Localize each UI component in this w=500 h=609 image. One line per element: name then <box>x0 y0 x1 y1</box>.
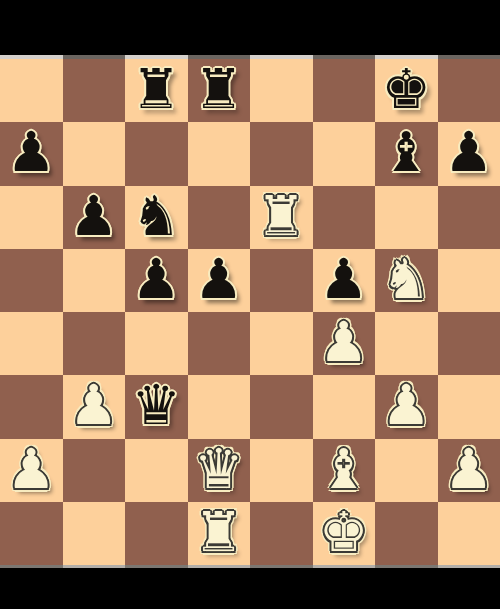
square-h1[interactable] <box>438 502 500 565</box>
square-a8[interactable] <box>0 59 63 122</box>
square-c7[interactable] <box>125 122 188 185</box>
square-f3[interactable] <box>313 375 376 438</box>
square-a6[interactable] <box>0 186 63 249</box>
square-f2[interactable]: ♝ <box>313 439 376 502</box>
square-b8[interactable] <box>63 59 126 122</box>
square-b7[interactable] <box>63 122 126 185</box>
piece-white-pawn[interactable]: ♟ <box>382 374 431 437</box>
square-a3[interactable] <box>0 375 63 438</box>
square-b2[interactable] <box>63 439 126 502</box>
piece-black-pawn[interactable]: ♟ <box>7 121 56 184</box>
square-h7[interactable]: ♟ <box>438 122 500 185</box>
piece-black-pawn[interactable]: ♟ <box>444 121 493 184</box>
square-b5[interactable] <box>63 249 126 312</box>
piece-white-pawn[interactable]: ♟ <box>7 438 56 501</box>
square-c4[interactable] <box>125 312 188 375</box>
square-c1[interactable] <box>125 502 188 565</box>
chess-app: ♜♜♚♟♝♟♟♞♜♟♟♟♞♟♟♛♟♟♛♝♟♜♚ <box>0 0 500 609</box>
square-c5[interactable]: ♟ <box>125 249 188 312</box>
piece-black-knight[interactable]: ♞ <box>132 185 181 248</box>
square-g1[interactable] <box>375 502 438 565</box>
square-h8[interactable] <box>438 59 500 122</box>
square-g8[interactable]: ♚ <box>375 59 438 122</box>
square-g2[interactable] <box>375 439 438 502</box>
square-d1[interactable]: ♜ <box>188 502 251 565</box>
piece-black-bishop[interactable]: ♝ <box>382 121 431 184</box>
square-f1[interactable]: ♚ <box>313 502 376 565</box>
square-b4[interactable] <box>63 312 126 375</box>
piece-black-pawn[interactable]: ♟ <box>69 185 118 248</box>
piece-white-pawn[interactable]: ♟ <box>444 438 493 501</box>
square-g5[interactable]: ♞ <box>375 249 438 312</box>
piece-black-pawn[interactable]: ♟ <box>319 248 368 311</box>
square-f8[interactable] <box>313 59 376 122</box>
square-e6[interactable]: ♜ <box>250 186 313 249</box>
square-e3[interactable] <box>250 375 313 438</box>
square-e8[interactable] <box>250 59 313 122</box>
piece-white-pawn[interactable]: ♟ <box>69 374 118 437</box>
square-f5[interactable]: ♟ <box>313 249 376 312</box>
square-d6[interactable] <box>188 186 251 249</box>
piece-white-rook[interactable]: ♜ <box>257 185 306 248</box>
piece-black-pawn[interactable]: ♟ <box>194 248 243 311</box>
square-g3[interactable]: ♟ <box>375 375 438 438</box>
square-e1[interactable] <box>250 502 313 565</box>
square-h4[interactable] <box>438 312 500 375</box>
square-a1[interactable] <box>0 502 63 565</box>
square-c2[interactable] <box>125 439 188 502</box>
square-g6[interactable] <box>375 186 438 249</box>
square-e2[interactable] <box>250 439 313 502</box>
square-g4[interactable] <box>375 312 438 375</box>
piece-black-king[interactable]: ♚ <box>382 58 431 121</box>
top-letterbox <box>0 0 500 55</box>
square-a4[interactable] <box>0 312 63 375</box>
piece-black-rook[interactable]: ♜ <box>194 58 243 121</box>
square-h2[interactable]: ♟ <box>438 439 500 502</box>
square-a5[interactable] <box>0 249 63 312</box>
square-a2[interactable]: ♟ <box>0 439 63 502</box>
piece-black-queen[interactable]: ♛ <box>132 374 181 437</box>
square-e7[interactable] <box>250 122 313 185</box>
piece-white-bishop[interactable]: ♝ <box>319 438 368 501</box>
piece-black-rook[interactable]: ♜ <box>132 58 181 121</box>
square-h5[interactable] <box>438 249 500 312</box>
square-b6[interactable]: ♟ <box>63 186 126 249</box>
square-b1[interactable] <box>63 502 126 565</box>
square-a7[interactable]: ♟ <box>0 122 63 185</box>
square-c6[interactable]: ♞ <box>125 186 188 249</box>
square-e4[interactable] <box>250 312 313 375</box>
piece-white-pawn[interactable]: ♟ <box>319 311 368 374</box>
square-f7[interactable] <box>313 122 376 185</box>
piece-white-rook[interactable]: ♜ <box>194 501 243 564</box>
piece-white-king[interactable]: ♚ <box>319 501 368 564</box>
square-d2[interactable]: ♛ <box>188 439 251 502</box>
piece-white-knight[interactable]: ♞ <box>382 248 431 311</box>
square-b3[interactable]: ♟ <box>63 375 126 438</box>
square-d4[interactable] <box>188 312 251 375</box>
square-c8[interactable]: ♜ <box>125 59 188 122</box>
chess-board[interactable]: ♜♜♚♟♝♟♟♞♜♟♟♟♞♟♟♛♟♟♛♝♟♜♚ <box>0 59 500 565</box>
square-f6[interactable] <box>313 186 376 249</box>
square-d8[interactable]: ♜ <box>188 59 251 122</box>
square-f4[interactable]: ♟ <box>313 312 376 375</box>
bottom-letterbox <box>0 568 500 609</box>
square-d5[interactable]: ♟ <box>188 249 251 312</box>
square-d7[interactable] <box>188 122 251 185</box>
square-h6[interactable] <box>438 186 500 249</box>
square-d3[interactable] <box>188 375 251 438</box>
piece-black-pawn[interactable]: ♟ <box>132 248 181 311</box>
piece-white-queen[interactable]: ♛ <box>194 438 243 501</box>
square-e5[interactable] <box>250 249 313 312</box>
square-h3[interactable] <box>438 375 500 438</box>
square-c3[interactable]: ♛ <box>125 375 188 438</box>
square-g7[interactable]: ♝ <box>375 122 438 185</box>
